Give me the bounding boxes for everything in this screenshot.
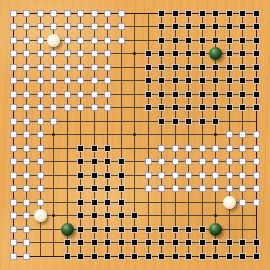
intersection-H18[interactable] [101, 20, 115, 34]
intersection-P1[interactable] [196, 250, 210, 264]
intersection-F6[interactable] [74, 182, 88, 196]
intersection-J1[interactable] [115, 250, 129, 264]
intersection-S18[interactable] [236, 20, 250, 34]
intersection-A8[interactable] [7, 155, 21, 169]
intersection-C13[interactable] [34, 88, 48, 102]
intersection-M6[interactable] [155, 182, 169, 196]
intersection-K12[interactable] [128, 101, 142, 115]
intersection-J6[interactable] [115, 182, 129, 196]
intersection-S9[interactable] [236, 142, 250, 156]
intersection-H1[interactable] [101, 250, 115, 264]
intersection-G13[interactable] [88, 88, 102, 102]
intersection-T13[interactable] [250, 88, 264, 102]
intersection-B9[interactable] [20, 142, 34, 156]
intersection-Q1[interactable] [209, 250, 223, 264]
intersection-J4[interactable] [115, 209, 129, 223]
intersection-B12[interactable] [20, 101, 34, 115]
intersection-K16[interactable] [128, 47, 142, 61]
intersection-D13[interactable] [47, 88, 61, 102]
intersection-A6[interactable] [7, 182, 21, 196]
intersection-S12[interactable] [236, 101, 250, 115]
intersection-K4[interactable] [128, 209, 142, 223]
intersection-G1[interactable] [88, 250, 102, 264]
intersection-J2[interactable] [115, 236, 129, 250]
intersection-Q7[interactable] [209, 169, 223, 183]
intersection-K8[interactable] [128, 155, 142, 169]
intersection-Q18[interactable] [209, 20, 223, 34]
intersection-B19[interactable] [20, 7, 34, 21]
intersection-S16[interactable] [236, 47, 250, 61]
intersection-L2[interactable] [142, 236, 156, 250]
intersection-P3[interactable] [196, 223, 210, 237]
intersection-R15[interactable] [223, 61, 237, 75]
intersection-M11[interactable] [155, 115, 169, 129]
intersection-L16[interactable] [142, 47, 156, 61]
intersection-S2[interactable] [236, 236, 250, 250]
intersection-R14[interactable] [223, 74, 237, 88]
intersection-F15[interactable] [74, 61, 88, 75]
intersection-P4[interactable] [196, 209, 210, 223]
intersection-T8[interactable] [250, 155, 264, 169]
intersection-A12[interactable] [7, 101, 21, 115]
intersection-H3[interactable] [101, 223, 115, 237]
intersection-F19[interactable] [74, 7, 88, 21]
intersection-J14[interactable] [115, 74, 129, 88]
intersection-T2[interactable] [250, 236, 264, 250]
intersection-N16[interactable] [169, 47, 183, 61]
intersection-Q11[interactable] [209, 115, 223, 129]
intersection-R4[interactable] [223, 209, 237, 223]
intersection-P13[interactable] [196, 88, 210, 102]
intersection-E17[interactable] [61, 34, 75, 48]
intersection-A19[interactable] [7, 7, 21, 21]
intersection-C2[interactable] [34, 236, 48, 250]
intersection-L15[interactable] [142, 61, 156, 75]
intersection-N18[interactable] [169, 20, 183, 34]
intersection-T3[interactable] [250, 223, 264, 237]
intersection-O12[interactable] [182, 101, 196, 115]
intersection-C15[interactable] [34, 61, 48, 75]
intersection-F9[interactable] [74, 142, 88, 156]
intersection-E9[interactable] [61, 142, 75, 156]
intersection-T14[interactable] [250, 74, 264, 88]
intersection-D9[interactable] [47, 142, 61, 156]
intersection-H15[interactable] [101, 61, 115, 75]
intersection-O3[interactable] [182, 223, 196, 237]
intersection-D19[interactable] [47, 7, 61, 21]
intersection-L14[interactable] [142, 74, 156, 88]
intersection-T15[interactable] [250, 61, 264, 75]
intersection-N13[interactable] [169, 88, 183, 102]
intersection-G15[interactable] [88, 61, 102, 75]
intersection-E18[interactable] [61, 20, 75, 34]
intersection-D11[interactable] [47, 115, 61, 129]
intersection-H7[interactable] [101, 169, 115, 183]
intersection-E6[interactable] [61, 182, 75, 196]
intersection-O11[interactable] [182, 115, 196, 129]
intersection-Q17[interactable] [209, 34, 223, 48]
intersection-O8[interactable] [182, 155, 196, 169]
intersection-O19[interactable] [182, 7, 196, 21]
intersection-L8[interactable] [142, 155, 156, 169]
intersection-T11[interactable] [250, 115, 264, 129]
intersection-T9[interactable] [250, 142, 264, 156]
intersection-E5[interactable] [61, 196, 75, 210]
intersection-K6[interactable] [128, 182, 142, 196]
intersection-S17[interactable] [236, 34, 250, 48]
intersection-G19[interactable] [88, 7, 102, 21]
intersection-L4[interactable] [142, 209, 156, 223]
intersection-R1[interactable] [223, 250, 237, 264]
intersection-A3[interactable] [7, 223, 21, 237]
intersection-L6[interactable] [142, 182, 156, 196]
intersection-G12[interactable] [88, 101, 102, 115]
intersection-C10[interactable] [34, 128, 48, 142]
intersection-M15[interactable] [155, 61, 169, 75]
intersection-J17[interactable] [115, 34, 129, 48]
intersection-H19[interactable] [101, 7, 115, 21]
intersection-S1[interactable] [236, 250, 250, 264]
intersection-K5[interactable] [128, 196, 142, 210]
intersection-O14[interactable] [182, 74, 196, 88]
intersection-Q5[interactable] [209, 196, 223, 210]
intersection-O6[interactable] [182, 182, 196, 196]
intersection-S8[interactable] [236, 155, 250, 169]
intersection-G17[interactable] [88, 34, 102, 48]
intersection-P14[interactable] [196, 74, 210, 88]
intersection-C6[interactable] [34, 182, 48, 196]
intersection-O18[interactable] [182, 20, 196, 34]
intersection-H5[interactable] [101, 196, 115, 210]
intersection-K3[interactable] [128, 223, 142, 237]
intersection-D7[interactable] [47, 169, 61, 183]
intersection-A4[interactable] [7, 209, 21, 223]
intersection-J15[interactable] [115, 61, 129, 75]
intersection-D2[interactable] [47, 236, 61, 250]
intersection-J10[interactable] [115, 128, 129, 142]
intersection-N9[interactable] [169, 142, 183, 156]
intersection-L11[interactable] [142, 115, 156, 129]
intersection-E1[interactable] [61, 250, 75, 264]
intersection-O13[interactable] [182, 88, 196, 102]
intersection-B2[interactable] [20, 236, 34, 250]
intersection-G2[interactable] [88, 236, 102, 250]
intersection-P7[interactable] [196, 169, 210, 183]
intersection-E8[interactable] [61, 155, 75, 169]
intersection-F13[interactable] [74, 88, 88, 102]
intersection-K1[interactable] [128, 250, 142, 264]
intersection-H13[interactable] [101, 88, 115, 102]
intersection-E15[interactable] [61, 61, 75, 75]
intersection-F7[interactable] [74, 169, 88, 183]
intersection-F10[interactable] [74, 128, 88, 142]
intersection-J7[interactable] [115, 169, 129, 183]
intersection-M7[interactable] [155, 169, 169, 183]
intersection-A17[interactable] [7, 34, 21, 48]
intersection-E13[interactable] [61, 88, 75, 102]
intersection-L12[interactable] [142, 101, 156, 115]
intersection-C9[interactable] [34, 142, 48, 156]
intersection-N12[interactable] [169, 101, 183, 115]
intersection-N3[interactable] [169, 223, 183, 237]
intersection-L5[interactable] [142, 196, 156, 210]
intersection-P11[interactable] [196, 115, 210, 129]
intersection-B15[interactable] [20, 61, 34, 75]
intersection-N10[interactable] [169, 128, 183, 142]
intersection-N11[interactable] [169, 115, 183, 129]
intersection-E11[interactable] [61, 115, 75, 129]
intersection-E4[interactable] [61, 209, 75, 223]
intersection-M9[interactable] [155, 142, 169, 156]
intersection-A11[interactable] [7, 115, 21, 129]
intersection-D10[interactable] [47, 128, 61, 142]
intersection-Q16[interactable] [209, 47, 223, 61]
intersection-E2[interactable] [61, 236, 75, 250]
intersection-S4[interactable] [236, 209, 250, 223]
intersection-R8[interactable] [223, 155, 237, 169]
intersection-C12[interactable] [34, 101, 48, 115]
intersection-N6[interactable] [169, 182, 183, 196]
intersection-A1[interactable] [7, 250, 21, 264]
intersection-H11[interactable] [101, 115, 115, 129]
intersection-G10[interactable] [88, 128, 102, 142]
intersection-K11[interactable] [128, 115, 142, 129]
intersection-M16[interactable] [155, 47, 169, 61]
intersection-L1[interactable] [142, 250, 156, 264]
intersection-K14[interactable] [128, 74, 142, 88]
intersection-T16[interactable] [250, 47, 264, 61]
intersection-J5[interactable] [115, 196, 129, 210]
intersection-S6[interactable] [236, 182, 250, 196]
intersection-P19[interactable] [196, 7, 210, 21]
intersection-P2[interactable] [196, 236, 210, 250]
intersection-M18[interactable] [155, 20, 169, 34]
intersection-T18[interactable] [250, 20, 264, 34]
intersection-N4[interactable] [169, 209, 183, 223]
intersection-Q14[interactable] [209, 74, 223, 88]
intersection-L19[interactable] [142, 7, 156, 21]
intersection-L3[interactable] [142, 223, 156, 237]
intersection-T10[interactable] [250, 128, 264, 142]
intersection-R2[interactable] [223, 236, 237, 250]
intersection-C18[interactable] [34, 20, 48, 34]
intersection-B7[interactable] [20, 169, 34, 183]
intersection-D16[interactable] [47, 47, 61, 61]
intersection-K13[interactable] [128, 88, 142, 102]
intersection-G3[interactable] [88, 223, 102, 237]
intersection-O5[interactable] [182, 196, 196, 210]
intersection-F3[interactable] [74, 223, 88, 237]
intersection-O1[interactable] [182, 250, 196, 264]
intersection-D8[interactable] [47, 155, 61, 169]
intersection-B3[interactable] [20, 223, 34, 237]
intersection-P6[interactable] [196, 182, 210, 196]
intersection-N19[interactable] [169, 7, 183, 21]
intersection-M4[interactable] [155, 209, 169, 223]
intersection-Q10[interactable] [209, 128, 223, 142]
intersection-C7[interactable] [34, 169, 48, 183]
intersection-O15[interactable] [182, 61, 196, 75]
intersection-C8[interactable] [34, 155, 48, 169]
intersection-H6[interactable] [101, 182, 115, 196]
intersection-M10[interactable] [155, 128, 169, 142]
intersection-H4[interactable] [101, 209, 115, 223]
intersection-R7[interactable] [223, 169, 237, 183]
intersection-S7[interactable] [236, 169, 250, 183]
intersection-T7[interactable] [250, 169, 264, 183]
intersection-M3[interactable] [155, 223, 169, 237]
intersection-B18[interactable] [20, 20, 34, 34]
intersection-C16[interactable] [34, 47, 48, 61]
intersection-A5[interactable] [7, 196, 21, 210]
intersection-B14[interactable] [20, 74, 34, 88]
intersection-H9[interactable] [101, 142, 115, 156]
intersection-Q12[interactable] [209, 101, 223, 115]
intersection-E16[interactable] [61, 47, 75, 61]
intersection-N2[interactable] [169, 236, 183, 250]
intersection-P17[interactable] [196, 34, 210, 48]
intersection-H17[interactable] [101, 34, 115, 48]
intersection-J11[interactable] [115, 115, 129, 129]
intersection-A2[interactable] [7, 236, 21, 250]
intersection-R17[interactable] [223, 34, 237, 48]
intersection-G8[interactable] [88, 155, 102, 169]
intersection-F4[interactable] [74, 209, 88, 223]
intersection-B17[interactable] [20, 34, 34, 48]
intersection-F16[interactable] [74, 47, 88, 61]
intersection-G18[interactable] [88, 20, 102, 34]
intersection-Q19[interactable] [209, 7, 223, 21]
intersection-S5[interactable] [236, 196, 250, 210]
intersection-O9[interactable] [182, 142, 196, 156]
intersection-F18[interactable] [74, 20, 88, 34]
intersection-T19[interactable] [250, 7, 264, 21]
intersection-R10[interactable] [223, 128, 237, 142]
intersection-N1[interactable] [169, 250, 183, 264]
intersection-K19[interactable] [128, 7, 142, 21]
intersection-R12[interactable] [223, 101, 237, 115]
intersection-D6[interactable] [47, 182, 61, 196]
intersection-N15[interactable] [169, 61, 183, 75]
intersection-O4[interactable] [182, 209, 196, 223]
intersection-B16[interactable] [20, 47, 34, 61]
intersection-K17[interactable] [128, 34, 142, 48]
intersection-H14[interactable] [101, 74, 115, 88]
intersection-S15[interactable] [236, 61, 250, 75]
intersection-T1[interactable] [250, 250, 264, 264]
intersection-E7[interactable] [61, 169, 75, 183]
intersection-G4[interactable] [88, 209, 102, 223]
intersection-P12[interactable] [196, 101, 210, 115]
intersection-A10[interactable] [7, 128, 21, 142]
intersection-F14[interactable] [74, 74, 88, 88]
intersection-L18[interactable] [142, 20, 156, 34]
intersection-H10[interactable] [101, 128, 115, 142]
intersection-Q15[interactable] [209, 61, 223, 75]
intersection-M12[interactable] [155, 101, 169, 115]
intersection-D3[interactable] [47, 223, 61, 237]
intersection-L7[interactable] [142, 169, 156, 183]
intersection-T12[interactable] [250, 101, 264, 115]
intersection-N7[interactable] [169, 169, 183, 183]
intersection-O17[interactable] [182, 34, 196, 48]
intersection-C3[interactable] [34, 223, 48, 237]
intersection-B5[interactable] [20, 196, 34, 210]
intersection-N8[interactable] [169, 155, 183, 169]
intersection-S19[interactable] [236, 7, 250, 21]
intersection-F12[interactable] [74, 101, 88, 115]
intersection-A15[interactable] [7, 61, 21, 75]
intersection-L17[interactable] [142, 34, 156, 48]
intersection-H12[interactable] [101, 101, 115, 115]
intersection-B13[interactable] [20, 88, 34, 102]
intersection-A16[interactable] [7, 47, 21, 61]
intersection-P5[interactable] [196, 196, 210, 210]
intersection-E19[interactable] [61, 7, 75, 21]
intersection-E3[interactable] [61, 223, 75, 237]
intersection-S13[interactable] [236, 88, 250, 102]
intersection-R13[interactable] [223, 88, 237, 102]
intersection-G11[interactable] [88, 115, 102, 129]
intersection-T6[interactable] [250, 182, 264, 196]
intersection-J13[interactable] [115, 88, 129, 102]
intersection-C14[interactable] [34, 74, 48, 88]
intersection-A9[interactable] [7, 142, 21, 156]
intersection-D1[interactable] [47, 250, 61, 264]
intersection-B11[interactable] [20, 115, 34, 129]
intersection-Q2[interactable] [209, 236, 223, 250]
intersection-J19[interactable] [115, 7, 129, 21]
intersection-D15[interactable] [47, 61, 61, 75]
intersection-A7[interactable] [7, 169, 21, 183]
intersection-C11[interactable] [34, 115, 48, 129]
intersection-L13[interactable] [142, 88, 156, 102]
intersection-K7[interactable] [128, 169, 142, 183]
intersection-M1[interactable] [155, 250, 169, 264]
intersection-T5[interactable] [250, 196, 264, 210]
intersection-H16[interactable] [101, 47, 115, 61]
intersection-D18[interactable] [47, 20, 61, 34]
intersection-P15[interactable] [196, 61, 210, 75]
intersection-B1[interactable] [20, 250, 34, 264]
intersection-D12[interactable] [47, 101, 61, 115]
intersection-K10[interactable] [128, 128, 142, 142]
intersection-K18[interactable] [128, 20, 142, 34]
intersection-L10[interactable] [142, 128, 156, 142]
intersection-R3[interactable] [223, 223, 237, 237]
intersection-G6[interactable] [88, 182, 102, 196]
intersection-J12[interactable] [115, 101, 129, 115]
intersection-J18[interactable] [115, 20, 129, 34]
intersection-F11[interactable] [74, 115, 88, 129]
intersection-E10[interactable] [61, 128, 75, 142]
intersection-K15[interactable] [128, 61, 142, 75]
intersection-P8[interactable] [196, 155, 210, 169]
intersection-G5[interactable] [88, 196, 102, 210]
intersection-D4[interactable] [47, 209, 61, 223]
intersection-P16[interactable] [196, 47, 210, 61]
intersection-B4[interactable] [20, 209, 34, 223]
intersection-F8[interactable] [74, 155, 88, 169]
intersection-T4[interactable] [250, 209, 264, 223]
intersection-S3[interactable] [236, 223, 250, 237]
intersection-S14[interactable] [236, 74, 250, 88]
intersection-B8[interactable] [20, 155, 34, 169]
intersection-G16[interactable] [88, 47, 102, 61]
intersection-F1[interactable] [74, 250, 88, 264]
intersection-S11[interactable] [236, 115, 250, 129]
intersection-P10[interactable] [196, 128, 210, 142]
